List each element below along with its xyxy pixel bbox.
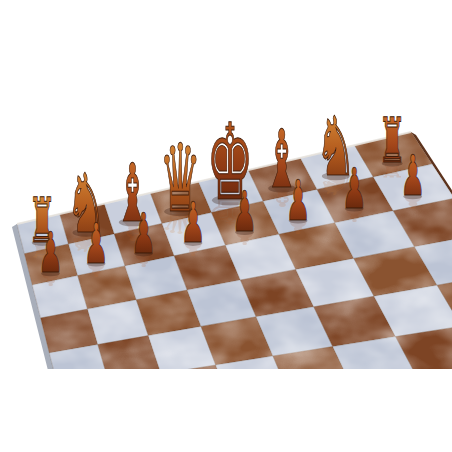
piece-brown-pawn-f7[interactable]: ♟︎	[286, 168, 311, 233]
piece-brown-pawn-c7[interactable]: ♟︎	[131, 201, 156, 266]
piece-brown-pawn-a7[interactable]: ♟︎	[38, 221, 63, 286]
piece-brown-pawn-d7[interactable]: ♟︎	[180, 190, 205, 255]
product-photo-canvas: ♜︎♜︎♞︎♞︎♝︎♝︎♛︎♛︎♚︎♚︎♝︎♝︎♞︎♞︎♜︎♜︎♟︎♟︎♟︎♟︎…	[0, 0, 452, 452]
piece-brown-pawn-g7[interactable]: ♟︎	[342, 156, 367, 221]
chessboard-scene: ♜︎♜︎♞︎♞︎♝︎♝︎♛︎♛︎♚︎♚︎♝︎♝︎♞︎♞︎♜︎♜︎♟︎♟︎♟︎♟︎…	[0, 0, 452, 452]
piece-brown-pawn-b7[interactable]: ♟︎	[84, 211, 109, 276]
piece-brown-pawn-e7[interactable]: ♟︎	[232, 179, 257, 244]
piece-brown-pawn-h7[interactable]: ♟︎	[400, 144, 425, 209]
photo-crop-mask	[0, 369, 452, 452]
